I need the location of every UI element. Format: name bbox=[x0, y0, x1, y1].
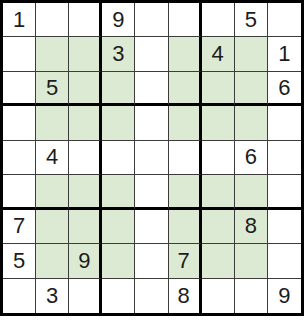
cell-r4c4-empty[interactable] bbox=[102, 106, 135, 140]
cell-r9c9-given-9[interactable]: 9 bbox=[268, 279, 301, 313]
cell-r5c9-empty[interactable] bbox=[268, 141, 301, 175]
cell-r2c1-empty[interactable] bbox=[3, 37, 36, 71]
cell-r3c2-given-5[interactable]: 5 bbox=[36, 72, 69, 106]
cell-r6c4-empty[interactable] bbox=[102, 175, 135, 209]
cell-r5c2-given-4[interactable]: 4 bbox=[36, 141, 69, 175]
cell-r6c7-empty[interactable] bbox=[202, 175, 235, 209]
cell-r8c5-empty[interactable] bbox=[135, 244, 168, 278]
cell-r4c8-empty[interactable] bbox=[235, 106, 268, 140]
cell-r3c5-empty[interactable] bbox=[135, 72, 168, 106]
cell-r5c6-empty[interactable] bbox=[169, 141, 202, 175]
cell-r6c1-empty[interactable] bbox=[3, 175, 36, 209]
cell-r5c1-empty[interactable] bbox=[3, 141, 36, 175]
cell-r9c7-empty[interactable] bbox=[202, 279, 235, 313]
cell-r4c7-empty[interactable] bbox=[202, 106, 235, 140]
cell-r2c2-empty[interactable] bbox=[36, 37, 69, 71]
cell-r8c1-given-5[interactable]: 5 bbox=[3, 244, 36, 278]
cell-r3c3-empty[interactable] bbox=[69, 72, 102, 106]
cell-r2c6-empty[interactable] bbox=[169, 37, 202, 71]
cell-r6c3-empty[interactable] bbox=[69, 175, 102, 209]
cell-r8c4-empty[interactable] bbox=[102, 244, 135, 278]
cell-r7c5-empty[interactable] bbox=[135, 210, 168, 244]
cell-r5c5-empty[interactable] bbox=[135, 141, 168, 175]
cell-r4c6-empty[interactable] bbox=[169, 106, 202, 140]
cell-r2c7-given-4[interactable]: 4 bbox=[202, 37, 235, 71]
sudoku-board: 195341564678597389 bbox=[0, 0, 304, 316]
cell-r8c6-given-7[interactable]: 7 bbox=[169, 244, 202, 278]
sudoku-page: 195341564678597389 bbox=[0, 0, 304, 320]
cell-r3c4-empty[interactable] bbox=[102, 72, 135, 106]
cell-r2c8-empty[interactable] bbox=[235, 37, 268, 71]
cell-r8c2-empty[interactable] bbox=[36, 244, 69, 278]
cell-r8c7-empty[interactable] bbox=[202, 244, 235, 278]
cell-r9c1-empty[interactable] bbox=[3, 279, 36, 313]
cell-r4c1-empty[interactable] bbox=[3, 106, 36, 140]
cell-r9c2-given-3[interactable]: 3 bbox=[36, 279, 69, 313]
cell-r4c2-empty[interactable] bbox=[36, 106, 69, 140]
cell-r1c3-empty[interactable] bbox=[69, 3, 102, 37]
cell-r1c8-given-5[interactable]: 5 bbox=[235, 3, 268, 37]
cell-r3c1-empty[interactable] bbox=[3, 72, 36, 106]
cell-r4c3-empty[interactable] bbox=[69, 106, 102, 140]
cell-r7c7-empty[interactable] bbox=[202, 210, 235, 244]
cell-r1c2-empty[interactable] bbox=[36, 3, 69, 37]
cell-r7c4-empty[interactable] bbox=[102, 210, 135, 244]
cell-r2c3-empty[interactable] bbox=[69, 37, 102, 71]
cell-r8c3-given-9[interactable]: 9 bbox=[69, 244, 102, 278]
cell-r8c8-empty[interactable] bbox=[235, 244, 268, 278]
cell-r3c7-empty[interactable] bbox=[202, 72, 235, 106]
cell-r5c4-empty[interactable] bbox=[102, 141, 135, 175]
cell-r9c8-empty[interactable] bbox=[235, 279, 268, 313]
cell-r6c6-empty[interactable] bbox=[169, 175, 202, 209]
cell-r1c7-empty[interactable] bbox=[202, 3, 235, 37]
cell-r1c6-empty[interactable] bbox=[169, 3, 202, 37]
cell-r6c2-empty[interactable] bbox=[36, 175, 69, 209]
cell-r6c9-empty[interactable] bbox=[268, 175, 301, 209]
cell-r1c9-empty[interactable] bbox=[268, 3, 301, 37]
cell-r9c5-empty[interactable] bbox=[135, 279, 168, 313]
cell-r8c9-empty[interactable] bbox=[268, 244, 301, 278]
cell-r1c5-empty[interactable] bbox=[135, 3, 168, 37]
cell-r6c8-empty[interactable] bbox=[235, 175, 268, 209]
cell-r4c9-empty[interactable] bbox=[268, 106, 301, 140]
cell-r9c4-empty[interactable] bbox=[102, 279, 135, 313]
cell-r7c3-empty[interactable] bbox=[69, 210, 102, 244]
cell-r4c5-empty[interactable] bbox=[135, 106, 168, 140]
cell-r2c5-empty[interactable] bbox=[135, 37, 168, 71]
cell-r3c8-empty[interactable] bbox=[235, 72, 268, 106]
cell-r3c6-empty[interactable] bbox=[169, 72, 202, 106]
cell-r7c2-empty[interactable] bbox=[36, 210, 69, 244]
cell-r7c1-given-7[interactable]: 7 bbox=[3, 210, 36, 244]
cell-r5c7-empty[interactable] bbox=[202, 141, 235, 175]
cell-r5c8-given-6[interactable]: 6 bbox=[235, 141, 268, 175]
cell-r6c5-empty[interactable] bbox=[135, 175, 168, 209]
cell-r7c6-empty[interactable] bbox=[169, 210, 202, 244]
cell-r2c4-given-3[interactable]: 3 bbox=[102, 37, 135, 71]
cell-r9c3-empty[interactable] bbox=[69, 279, 102, 313]
cell-r1c1-given-1[interactable]: 1 bbox=[3, 3, 36, 37]
cell-r5c3-empty[interactable] bbox=[69, 141, 102, 175]
cell-r7c8-given-8[interactable]: 8 bbox=[235, 210, 268, 244]
cell-r2c9-given-1[interactable]: 1 bbox=[268, 37, 301, 71]
cell-r3c9-given-6[interactable]: 6 bbox=[268, 72, 301, 106]
cell-r9c6-given-8[interactable]: 8 bbox=[169, 279, 202, 313]
cell-r7c9-empty[interactable] bbox=[268, 210, 301, 244]
cell-r1c4-given-9[interactable]: 9 bbox=[102, 3, 135, 37]
